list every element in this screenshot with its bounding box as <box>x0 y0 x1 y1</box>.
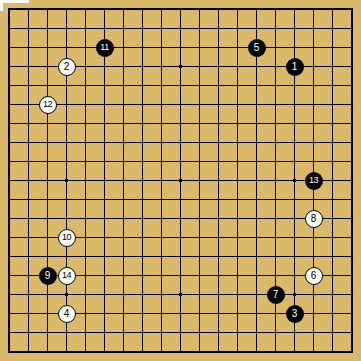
intersection-13-14[interactable] <box>228 247 247 266</box>
intersection-19-11[interactable] <box>342 190 361 209</box>
intersection-11-16[interactable] <box>190 285 209 304</box>
intersection-11-1[interactable] <box>190 0 209 19</box>
intersection-18-11[interactable] <box>323 190 342 209</box>
intersection-4-8[interactable] <box>57 133 76 152</box>
intersection-16-13[interactable] <box>285 228 304 247</box>
intersection-15-18[interactable] <box>266 323 285 342</box>
intersection-11-17[interactable] <box>190 304 209 323</box>
intersection-4-17[interactable]: 4 <box>57 304 76 323</box>
intersection-12-7[interactable] <box>209 114 228 133</box>
intersection-14-18[interactable] <box>247 323 266 342</box>
intersection-9-19[interactable] <box>152 342 171 361</box>
intersection-14-17[interactable] <box>247 304 266 323</box>
intersection-7-6[interactable] <box>114 95 133 114</box>
intersection-6-19[interactable] <box>95 342 114 361</box>
intersection-9-17[interactable] <box>152 304 171 323</box>
intersection-16-17[interactable]: 3 <box>285 304 304 323</box>
intersection-8-13[interactable] <box>133 228 152 247</box>
intersection-10-10[interactable] <box>171 171 190 190</box>
intersection-11-7[interactable] <box>190 114 209 133</box>
intersection-3-1[interactable] <box>38 0 57 19</box>
intersection-16-15[interactable] <box>285 266 304 285</box>
intersection-1-8[interactable] <box>0 133 19 152</box>
intersection-14-13[interactable] <box>247 228 266 247</box>
intersection-19-2[interactable] <box>342 19 361 38</box>
intersection-5-3[interactable] <box>76 38 95 57</box>
intersection-6-13[interactable] <box>95 228 114 247</box>
intersection-15-9[interactable] <box>266 152 285 171</box>
intersection-4-11[interactable] <box>57 190 76 209</box>
intersection-4-5[interactable] <box>57 76 76 95</box>
intersection-16-3[interactable] <box>285 38 304 57</box>
intersection-18-6[interactable] <box>323 95 342 114</box>
intersection-4-14[interactable] <box>57 247 76 266</box>
intersection-5-13[interactable] <box>76 228 95 247</box>
intersection-10-19[interactable] <box>171 342 190 361</box>
intersection-15-11[interactable] <box>266 190 285 209</box>
intersection-17-1[interactable] <box>304 0 323 19</box>
intersection-9-1[interactable] <box>152 0 171 19</box>
intersection-8-2[interactable] <box>133 19 152 38</box>
intersection-13-11[interactable] <box>228 190 247 209</box>
intersection-17-15[interactable]: 6 <box>304 266 323 285</box>
intersection-17-13[interactable] <box>304 228 323 247</box>
intersection-3-9[interactable] <box>38 152 57 171</box>
intersection-19-15[interactable] <box>342 266 361 285</box>
intersection-11-4[interactable] <box>190 57 209 76</box>
intersection-10-5[interactable] <box>171 76 190 95</box>
intersection-13-8[interactable] <box>228 133 247 152</box>
intersection-17-3[interactable] <box>304 38 323 57</box>
intersection-10-16[interactable] <box>171 285 190 304</box>
intersection-8-18[interactable] <box>133 323 152 342</box>
intersection-16-18[interactable] <box>285 323 304 342</box>
intersection-6-16[interactable] <box>95 285 114 304</box>
intersection-5-17[interactable] <box>76 304 95 323</box>
intersection-5-4[interactable] <box>76 57 95 76</box>
intersection-3-19[interactable] <box>38 342 57 361</box>
intersection-17-17[interactable] <box>304 304 323 323</box>
intersection-4-7[interactable] <box>57 114 76 133</box>
intersection-16-14[interactable] <box>285 247 304 266</box>
intersection-7-1[interactable] <box>114 0 133 19</box>
intersection-15-7[interactable] <box>266 114 285 133</box>
intersection-14-9[interactable] <box>247 152 266 171</box>
intersection-3-10[interactable] <box>38 171 57 190</box>
intersection-7-2[interactable] <box>114 19 133 38</box>
intersection-6-2[interactable] <box>95 19 114 38</box>
intersection-13-10[interactable] <box>228 171 247 190</box>
intersection-17-19[interactable] <box>304 342 323 361</box>
intersection-9-18[interactable] <box>152 323 171 342</box>
intersection-15-12[interactable] <box>266 209 285 228</box>
intersection-9-14[interactable] <box>152 247 171 266</box>
intersection-19-5[interactable] <box>342 76 361 95</box>
intersection-2-8[interactable] <box>19 133 38 152</box>
intersection-6-18[interactable] <box>95 323 114 342</box>
intersection-12-15[interactable] <box>209 266 228 285</box>
intersection-6-14[interactable] <box>95 247 114 266</box>
intersection-11-9[interactable] <box>190 152 209 171</box>
intersection-18-16[interactable] <box>323 285 342 304</box>
intersection-6-12[interactable] <box>95 209 114 228</box>
intersection-12-13[interactable] <box>209 228 228 247</box>
intersection-14-8[interactable] <box>247 133 266 152</box>
intersection-11-19[interactable] <box>190 342 209 361</box>
intersection-3-13[interactable] <box>38 228 57 247</box>
intersection-11-2[interactable] <box>190 19 209 38</box>
intersection-7-13[interactable] <box>114 228 133 247</box>
intersection-7-16[interactable] <box>114 285 133 304</box>
intersection-10-6[interactable] <box>171 95 190 114</box>
intersection-4-12[interactable] <box>57 209 76 228</box>
intersection-17-16[interactable] <box>304 285 323 304</box>
intersection-9-15[interactable] <box>152 266 171 285</box>
intersection-15-19[interactable] <box>266 342 285 361</box>
intersection-16-2[interactable] <box>285 19 304 38</box>
intersection-9-5[interactable] <box>152 76 171 95</box>
intersection-6-4[interactable] <box>95 57 114 76</box>
intersection-7-18[interactable] <box>114 323 133 342</box>
intersection-2-6[interactable] <box>19 95 38 114</box>
intersection-7-7[interactable] <box>114 114 133 133</box>
intersection-11-6[interactable] <box>190 95 209 114</box>
intersection-16-5[interactable] <box>285 76 304 95</box>
intersection-7-8[interactable] <box>114 133 133 152</box>
intersection-15-17[interactable] <box>266 304 285 323</box>
intersection-11-5[interactable] <box>190 76 209 95</box>
intersection-2-2[interactable] <box>19 19 38 38</box>
intersection-15-8[interactable] <box>266 133 285 152</box>
intersection-5-19[interactable] <box>76 342 95 361</box>
intersection-18-10[interactable] <box>323 171 342 190</box>
intersection-7-3[interactable] <box>114 38 133 57</box>
intersection-19-1[interactable] <box>342 0 361 19</box>
intersection-18-19[interactable] <box>323 342 342 361</box>
intersection-2-3[interactable] <box>19 38 38 57</box>
intersection-3-6[interactable]: 12 <box>38 95 57 114</box>
intersection-19-4[interactable] <box>342 57 361 76</box>
intersection-5-11[interactable] <box>76 190 95 209</box>
intersection-13-17[interactable] <box>228 304 247 323</box>
intersection-9-4[interactable] <box>152 57 171 76</box>
intersection-8-15[interactable] <box>133 266 152 285</box>
intersection-10-17[interactable] <box>171 304 190 323</box>
intersection-12-6[interactable] <box>209 95 228 114</box>
intersection-2-14[interactable] <box>19 247 38 266</box>
intersection-12-16[interactable] <box>209 285 228 304</box>
intersection-15-3[interactable] <box>266 38 285 57</box>
intersection-5-7[interactable] <box>76 114 95 133</box>
intersection-14-15[interactable] <box>247 266 266 285</box>
intersection-18-8[interactable] <box>323 133 342 152</box>
intersection-13-13[interactable] <box>228 228 247 247</box>
intersection-4-18[interactable] <box>57 323 76 342</box>
intersection-17-5[interactable] <box>304 76 323 95</box>
intersection-15-5[interactable] <box>266 76 285 95</box>
intersection-16-10[interactable] <box>285 171 304 190</box>
intersection-12-9[interactable] <box>209 152 228 171</box>
intersection-19-17[interactable] <box>342 304 361 323</box>
intersection-9-7[interactable] <box>152 114 171 133</box>
intersection-1-19[interactable] <box>0 342 19 361</box>
intersection-4-1[interactable] <box>57 0 76 19</box>
intersection-5-8[interactable] <box>76 133 95 152</box>
intersection-4-10[interactable] <box>57 171 76 190</box>
intersection-12-14[interactable] <box>209 247 228 266</box>
intersection-14-2[interactable] <box>247 19 266 38</box>
intersection-7-12[interactable] <box>114 209 133 228</box>
intersection-3-8[interactable] <box>38 133 57 152</box>
intersection-9-13[interactable] <box>152 228 171 247</box>
intersection-6-8[interactable] <box>95 133 114 152</box>
intersection-5-9[interactable] <box>76 152 95 171</box>
intersection-5-12[interactable] <box>76 209 95 228</box>
intersection-4-15[interactable]: 14 <box>57 266 76 285</box>
intersection-12-10[interactable] <box>209 171 228 190</box>
intersection-18-9[interactable] <box>323 152 342 171</box>
intersection-1-14[interactable] <box>0 247 19 266</box>
intersection-2-11[interactable] <box>19 190 38 209</box>
intersection-10-14[interactable] <box>171 247 190 266</box>
intersection-10-8[interactable] <box>171 133 190 152</box>
intersection-19-6[interactable] <box>342 95 361 114</box>
intersection-4-9[interactable] <box>57 152 76 171</box>
intersection-19-18[interactable] <box>342 323 361 342</box>
intersection-16-12[interactable] <box>285 209 304 228</box>
intersection-4-4[interactable]: 2 <box>57 57 76 76</box>
intersection-1-13[interactable] <box>0 228 19 247</box>
intersection-6-11[interactable] <box>95 190 114 209</box>
intersection-9-6[interactable] <box>152 95 171 114</box>
intersection-1-18[interactable] <box>0 323 19 342</box>
intersection-8-8[interactable] <box>133 133 152 152</box>
intersection-10-18[interactable] <box>171 323 190 342</box>
intersection-14-11[interactable] <box>247 190 266 209</box>
intersection-1-11[interactable] <box>0 190 19 209</box>
intersection-15-6[interactable] <box>266 95 285 114</box>
intersection-14-12[interactable] <box>247 209 266 228</box>
intersection-11-18[interactable] <box>190 323 209 342</box>
intersection-13-4[interactable] <box>228 57 247 76</box>
intersection-2-4[interactable] <box>19 57 38 76</box>
intersection-10-4[interactable] <box>171 57 190 76</box>
intersection-16-9[interactable] <box>285 152 304 171</box>
intersection-9-12[interactable] <box>152 209 171 228</box>
intersection-18-15[interactable] <box>323 266 342 285</box>
intersection-13-1[interactable] <box>228 0 247 19</box>
intersection-13-12[interactable] <box>228 209 247 228</box>
intersection-18-5[interactable] <box>323 76 342 95</box>
intersection-8-7[interactable] <box>133 114 152 133</box>
intersection-17-2[interactable] <box>304 19 323 38</box>
intersection-15-15[interactable] <box>266 266 285 285</box>
intersection-17-10[interactable]: 13 <box>304 171 323 190</box>
intersection-4-16[interactable] <box>57 285 76 304</box>
intersection-14-14[interactable] <box>247 247 266 266</box>
intersection-15-10[interactable] <box>266 171 285 190</box>
intersection-18-2[interactable] <box>323 19 342 38</box>
intersection-17-6[interactable] <box>304 95 323 114</box>
intersection-16-7[interactable] <box>285 114 304 133</box>
intersection-2-13[interactable] <box>19 228 38 247</box>
intersection-9-16[interactable] <box>152 285 171 304</box>
intersection-18-3[interactable] <box>323 38 342 57</box>
intersection-12-8[interactable] <box>209 133 228 152</box>
intersection-3-17[interactable] <box>38 304 57 323</box>
intersection-10-12[interactable] <box>171 209 190 228</box>
intersection-4-19[interactable] <box>57 342 76 361</box>
intersection-15-14[interactable] <box>266 247 285 266</box>
intersection-14-19[interactable] <box>247 342 266 361</box>
intersection-11-8[interactable] <box>190 133 209 152</box>
intersection-16-16[interactable] <box>285 285 304 304</box>
intersection-14-4[interactable] <box>247 57 266 76</box>
intersection-5-6[interactable] <box>76 95 95 114</box>
intersection-2-5[interactable] <box>19 76 38 95</box>
intersection-15-4[interactable] <box>266 57 285 76</box>
intersection-11-10[interactable] <box>190 171 209 190</box>
intersection-11-15[interactable] <box>190 266 209 285</box>
intersection-18-14[interactable] <box>323 247 342 266</box>
intersection-1-4[interactable] <box>0 57 19 76</box>
intersection-16-19[interactable] <box>285 342 304 361</box>
intersection-18-17[interactable] <box>323 304 342 323</box>
intersection-7-10[interactable] <box>114 171 133 190</box>
intersection-12-4[interactable] <box>209 57 228 76</box>
intersection-3-5[interactable] <box>38 76 57 95</box>
intersection-16-1[interactable] <box>285 0 304 19</box>
intersection-1-2[interactable] <box>0 19 19 38</box>
intersection-16-8[interactable] <box>285 133 304 152</box>
intersection-1-10[interactable] <box>0 171 19 190</box>
intersection-9-10[interactable] <box>152 171 171 190</box>
intersection-6-9[interactable] <box>95 152 114 171</box>
intersection-5-14[interactable] <box>76 247 95 266</box>
intersection-18-12[interactable] <box>323 209 342 228</box>
intersection-14-1[interactable] <box>247 0 266 19</box>
intersection-8-9[interactable] <box>133 152 152 171</box>
intersection-2-19[interactable] <box>19 342 38 361</box>
intersection-3-11[interactable] <box>38 190 57 209</box>
intersection-5-18[interactable] <box>76 323 95 342</box>
intersection-5-10[interactable] <box>76 171 95 190</box>
intersection-7-5[interactable] <box>114 76 133 95</box>
intersection-2-18[interactable] <box>19 323 38 342</box>
intersection-11-14[interactable] <box>190 247 209 266</box>
intersection-11-12[interactable] <box>190 209 209 228</box>
intersection-19-16[interactable] <box>342 285 361 304</box>
intersection-8-4[interactable] <box>133 57 152 76</box>
intersection-19-14[interactable] <box>342 247 361 266</box>
intersection-7-15[interactable] <box>114 266 133 285</box>
intersection-8-17[interactable] <box>133 304 152 323</box>
intersection-1-6[interactable] <box>0 95 19 114</box>
intersection-2-15[interactable] <box>19 266 38 285</box>
intersection-5-5[interactable] <box>76 76 95 95</box>
intersection-17-14[interactable] <box>304 247 323 266</box>
intersection-8-19[interactable] <box>133 342 152 361</box>
intersection-3-3[interactable] <box>38 38 57 57</box>
intersection-3-12[interactable] <box>38 209 57 228</box>
intersection-1-7[interactable] <box>0 114 19 133</box>
intersection-13-2[interactable] <box>228 19 247 38</box>
intersection-1-3[interactable] <box>0 38 19 57</box>
intersection-8-11[interactable] <box>133 190 152 209</box>
intersection-4-13[interactable]: 10 <box>57 228 76 247</box>
intersection-3-15[interactable]: 9 <box>38 266 57 285</box>
intersection-8-14[interactable] <box>133 247 152 266</box>
intersection-19-10[interactable] <box>342 171 361 190</box>
intersection-14-3[interactable]: 5 <box>247 38 266 57</box>
intersection-10-15[interactable] <box>171 266 190 285</box>
intersection-1-12[interactable] <box>0 209 19 228</box>
intersection-17-8[interactable] <box>304 133 323 152</box>
intersection-17-11[interactable] <box>304 190 323 209</box>
intersection-2-9[interactable] <box>19 152 38 171</box>
intersection-10-11[interactable] <box>171 190 190 209</box>
intersection-19-8[interactable] <box>342 133 361 152</box>
intersection-3-2[interactable] <box>38 19 57 38</box>
intersection-14-16[interactable] <box>247 285 266 304</box>
intersection-12-19[interactable] <box>209 342 228 361</box>
intersection-11-13[interactable] <box>190 228 209 247</box>
intersection-3-14[interactable] <box>38 247 57 266</box>
intersection-16-6[interactable] <box>285 95 304 114</box>
intersection-19-13[interactable] <box>342 228 361 247</box>
intersection-17-4[interactable] <box>304 57 323 76</box>
intersection-16-11[interactable] <box>285 190 304 209</box>
intersection-3-4[interactable] <box>38 57 57 76</box>
intersection-13-15[interactable] <box>228 266 247 285</box>
intersection-14-5[interactable] <box>247 76 266 95</box>
intersection-8-1[interactable] <box>133 0 152 19</box>
intersection-1-9[interactable] <box>0 152 19 171</box>
intersection-5-1[interactable] <box>76 0 95 19</box>
intersection-6-15[interactable] <box>95 266 114 285</box>
intersection-6-10[interactable] <box>95 171 114 190</box>
intersection-13-9[interactable] <box>228 152 247 171</box>
intersection-6-17[interactable] <box>95 304 114 323</box>
intersection-18-4[interactable] <box>323 57 342 76</box>
intersection-8-5[interactable] <box>133 76 152 95</box>
intersection-8-16[interactable] <box>133 285 152 304</box>
intersection-12-18[interactable] <box>209 323 228 342</box>
intersection-14-10[interactable] <box>247 171 266 190</box>
intersection-13-19[interactable] <box>228 342 247 361</box>
intersection-1-16[interactable] <box>0 285 19 304</box>
intersection-13-6[interactable] <box>228 95 247 114</box>
intersection-9-8[interactable] <box>152 133 171 152</box>
intersection-12-3[interactable] <box>209 38 228 57</box>
intersection-3-18[interactable] <box>38 323 57 342</box>
go-board[interactable]: 1152112138109146743 <box>0 0 361 361</box>
intersection-13-18[interactable] <box>228 323 247 342</box>
intersection-13-3[interactable] <box>228 38 247 57</box>
intersection-1-5[interactable] <box>0 76 19 95</box>
intersection-17-7[interactable] <box>304 114 323 133</box>
intersection-14-7[interactable] <box>247 114 266 133</box>
intersection-4-6[interactable] <box>57 95 76 114</box>
intersection-12-5[interactable] <box>209 76 228 95</box>
intersection-19-19[interactable] <box>342 342 361 361</box>
intersection-17-9[interactable] <box>304 152 323 171</box>
intersection-10-9[interactable] <box>171 152 190 171</box>
intersection-2-17[interactable] <box>19 304 38 323</box>
intersection-14-6[interactable] <box>247 95 266 114</box>
intersection-7-9[interactable] <box>114 152 133 171</box>
intersection-18-1[interactable] <box>323 0 342 19</box>
